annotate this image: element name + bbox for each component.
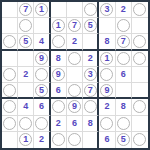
cell-r1c2[interactable]: 7 <box>18 2 34 18</box>
cell-r4c2[interactable] <box>18 51 34 67</box>
cell-r8c4[interactable]: 2 <box>51 116 67 132</box>
cell-r9c9[interactable] <box>132 132 148 148</box>
odd-cell-circle: 5 <box>84 19 97 32</box>
cell-r3c9[interactable] <box>132 34 148 50</box>
given-digit: 1 <box>56 21 61 30</box>
cell-r9c3[interactable]: 2 <box>34 132 50 148</box>
given-digit: 8 <box>104 37 109 46</box>
cell-r9c1[interactable] <box>2 132 18 148</box>
odd-cell-circle <box>117 19 130 32</box>
cell-r4c3[interactable]: 9 <box>34 51 50 67</box>
cell-r5c7[interactable] <box>99 67 115 83</box>
cell-r9c6[interactable] <box>83 132 99 148</box>
cell-r1c9[interactable] <box>132 2 148 18</box>
odd-cell-circle: 9 <box>100 84 113 97</box>
given-digit: 7 <box>88 86 93 95</box>
cell-r3c7[interactable]: 8 <box>99 34 115 50</box>
odd-cell-circle <box>133 133 146 146</box>
odd-cell-circle <box>19 117 32 130</box>
given-digit: 9 <box>56 70 61 79</box>
odd-cell-circle: 3 <box>84 68 97 81</box>
cell-r5c2[interactable]: 2 <box>18 67 34 83</box>
odd-cell-circle: 5 <box>35 84 48 97</box>
cell-r3c3[interactable]: 4 <box>34 34 50 50</box>
odd-cell-circle <box>84 100 97 113</box>
given-digit: 5 <box>121 135 126 144</box>
cell-r4c7[interactable]: 1 <box>99 51 115 67</box>
odd-cell-circle: 1 <box>52 19 65 32</box>
given-digit: 1 <box>39 5 44 14</box>
cell-r2c5[interactable]: 7 <box>67 18 83 34</box>
cell-r8c6[interactable]: 8 <box>83 116 99 132</box>
cell-r5c8[interactable]: 6 <box>116 67 132 83</box>
cell-r6c5[interactable] <box>67 83 83 99</box>
odd-cell-circle <box>100 117 113 130</box>
cell-r7c9[interactable] <box>132 99 148 115</box>
cell-r5c1[interactable] <box>2 67 18 83</box>
cell-r6c7[interactable]: 9 <box>99 83 115 99</box>
odd-cell-circle <box>100 68 113 81</box>
odd-cell-circle <box>52 100 65 113</box>
odd-cell-circle: 7 <box>84 84 97 97</box>
odd-cell-circle <box>3 84 16 97</box>
odd-cell-circle <box>133 100 146 113</box>
given-digit: 2 <box>72 37 77 46</box>
odd-cell-circle <box>19 19 32 32</box>
odd-cell-circle <box>133 35 146 48</box>
given-digit: 6 <box>72 119 77 128</box>
cell-r5c9[interactable] <box>132 67 148 83</box>
odd-cell-circle: 1 <box>35 3 48 16</box>
given-digit: 1 <box>104 54 109 63</box>
cell-r7c5[interactable]: 9 <box>67 99 83 115</box>
odd-cell-circle: 7 <box>68 19 81 32</box>
cell-r7c7[interactable]: 2 <box>99 99 115 115</box>
odd-cell-circle <box>3 100 16 113</box>
cell-r6c3[interactable]: 5 <box>34 83 50 99</box>
cell-r7c1[interactable] <box>2 99 18 115</box>
cell-r1c6[interactable] <box>83 2 99 18</box>
given-digit: 6 <box>39 102 44 111</box>
cell-r8c9[interactable] <box>132 116 148 132</box>
odd-cell-circle <box>68 84 81 97</box>
odd-cell-circle: 9 <box>68 100 81 113</box>
odd-cell-circle: 9 <box>52 68 65 81</box>
cell-r7c6[interactable] <box>83 99 99 115</box>
cell-r8c5[interactable]: 6 <box>67 116 83 132</box>
given-digit: 6 <box>104 135 109 144</box>
cell-r4c8[interactable] <box>116 51 132 67</box>
given-digit: 9 <box>104 86 109 95</box>
odd-cell-circle <box>35 68 48 81</box>
given-digit: 2 <box>39 135 44 144</box>
cell-r2c6[interactable]: 5 <box>83 18 99 34</box>
cell-r4c9[interactable] <box>132 51 148 67</box>
cell-r1c3[interactable]: 1 <box>34 2 50 18</box>
cell-r2c1[interactable] <box>2 18 18 34</box>
odd-cell-circle: 5 <box>117 133 130 146</box>
given-digit: 3 <box>88 70 93 79</box>
cell-r2c9[interactable] <box>132 18 148 34</box>
cell-r6c2[interactable] <box>18 83 34 99</box>
cell-r3c8[interactable]: 7 <box>116 34 132 50</box>
given-digit: 6 <box>121 70 126 79</box>
cell-r8c1[interactable] <box>2 116 18 132</box>
cell-r8c7[interactable] <box>99 116 115 132</box>
cell-r6c6[interactable]: 7 <box>83 83 99 99</box>
given-digit: 4 <box>23 102 28 111</box>
given-digit: 4 <box>39 37 44 46</box>
given-digit: 3 <box>104 5 109 14</box>
given-digit: 5 <box>39 86 44 95</box>
odd-cell-circle: 7 <box>117 35 130 48</box>
cell-r6c4[interactable]: 6 <box>51 83 67 99</box>
cell-r6c9[interactable] <box>132 83 148 99</box>
sudoku-board: 713217554287982129365679469282681265 <box>0 0 150 150</box>
odd-cell-circle <box>3 35 16 48</box>
cell-r7c3[interactable]: 6 <box>34 99 50 115</box>
cell-r9c8[interactable]: 5 <box>116 132 132 148</box>
cell-r3c1[interactable] <box>2 34 18 50</box>
cell-r9c4[interactable] <box>51 132 67 148</box>
cell-r2c7[interactable] <box>99 18 115 34</box>
cell-r7c8[interactable]: 8 <box>116 99 132 115</box>
cell-r5c3[interactable] <box>34 67 50 83</box>
cell-r4c1[interactable] <box>2 51 18 67</box>
cell-r1c1[interactable] <box>2 2 18 18</box>
cell-r2c2[interactable] <box>18 18 34 34</box>
given-digit: 5 <box>23 37 28 46</box>
given-digit: 9 <box>72 102 77 111</box>
cell-r2c8[interactable] <box>116 18 132 34</box>
cell-r1c8[interactable]: 2 <box>116 2 132 18</box>
given-digit: 7 <box>23 5 28 14</box>
cell-r9c2[interactable]: 1 <box>18 132 34 148</box>
odd-cell-circle <box>117 52 130 65</box>
cell-r7c4[interactable] <box>51 99 67 115</box>
cell-r4c4[interactable]: 8 <box>51 51 67 67</box>
odd-cell-circle: 9 <box>35 52 48 65</box>
cell-r1c7[interactable]: 3 <box>99 2 115 18</box>
given-digit: 2 <box>121 5 126 14</box>
given-digit: 2 <box>23 70 28 79</box>
odd-cell-circle <box>68 133 81 146</box>
odd-cell-circle: 3 <box>100 3 113 16</box>
given-digit: 9 <box>39 54 44 63</box>
given-digit: 6 <box>56 86 61 95</box>
cell-r8c3[interactable] <box>34 116 50 132</box>
odd-cell-circle <box>84 3 97 16</box>
cell-r7c2[interactable]: 4 <box>18 99 34 115</box>
odd-cell-circle: 5 <box>19 35 32 48</box>
cell-r4c6[interactable]: 2 <box>83 51 99 67</box>
cell-r1c5[interactable] <box>67 2 83 18</box>
odd-cell-circle <box>52 35 65 48</box>
cell-r3c2[interactable]: 5 <box>18 34 34 50</box>
cell-r3c6[interactable] <box>83 34 99 50</box>
given-digit: 8 <box>56 54 61 63</box>
given-digit: 2 <box>88 54 93 63</box>
cell-r3c5[interactable]: 2 <box>67 34 83 50</box>
cell-r1c4[interactable] <box>51 2 67 18</box>
given-digit: 8 <box>121 102 126 111</box>
given-digit: 5 <box>88 21 93 30</box>
odd-cell-circle: 1 <box>100 52 113 65</box>
odd-cell-circle <box>3 117 16 130</box>
odd-cell-circle: 7 <box>19 3 32 16</box>
cell-r8c8[interactable] <box>116 116 132 132</box>
cell-r2c3[interactable] <box>34 18 50 34</box>
odd-cell-circle <box>3 68 16 81</box>
odd-cell-circle <box>68 52 81 65</box>
given-digit: 7 <box>72 21 77 30</box>
cell-r2c4[interactable]: 1 <box>51 18 67 34</box>
cell-r3c4[interactable] <box>51 34 67 50</box>
cell-r9c7[interactable]: 6 <box>99 132 115 148</box>
odd-cell-circle <box>133 3 146 16</box>
odd-cell-circle <box>117 117 130 130</box>
cell-r6c1[interactable] <box>2 83 18 99</box>
given-digit: 8 <box>88 119 93 128</box>
odd-cell-circle <box>133 52 146 65</box>
cell-r5c4[interactable]: 9 <box>51 67 67 83</box>
given-digit: 1 <box>23 135 28 144</box>
cell-r8c2[interactable] <box>18 116 34 132</box>
odd-cell-circle: 1 <box>19 133 32 146</box>
given-digit: 2 <box>56 119 61 128</box>
cell-r4c5[interactable] <box>67 51 83 67</box>
given-digit: 2 <box>104 102 109 111</box>
cell-r9c5[interactable] <box>67 132 83 148</box>
given-digit: 7 <box>121 37 126 46</box>
odd-cell-circle <box>35 117 48 130</box>
cell-r5c5[interactable] <box>67 67 83 83</box>
cell-r5c6[interactable]: 3 <box>83 67 99 83</box>
odd-cell-circle <box>52 133 65 146</box>
cell-r6c8[interactable] <box>116 83 132 99</box>
